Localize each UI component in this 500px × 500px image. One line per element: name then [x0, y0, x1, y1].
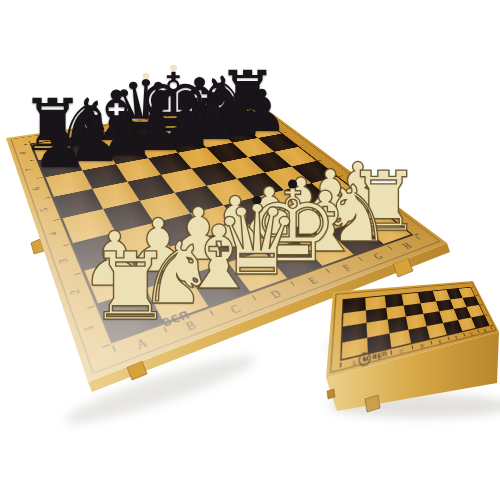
border-tick-right	[283, 132, 287, 133]
box-square	[389, 329, 411, 348]
rank-label-8: 8	[17, 149, 29, 156]
border-tick-left	[44, 197, 50, 199]
border-tick-right	[414, 233, 419, 235]
border-tick-right	[386, 212, 390, 214]
border-tick-right	[339, 175, 343, 176]
box-tick-front	[339, 362, 340, 367]
box-tick-front	[490, 326, 492, 329]
border-tick-left	[24, 144, 29, 145]
box-tick-right	[471, 286, 473, 287]
border-tick-left	[74, 272, 81, 275]
box-tick-right	[485, 314, 487, 315]
border-tick-left	[63, 244, 70, 246]
border-tick-top	[151, 123, 153, 125]
box-tick-right	[475, 295, 477, 296]
border-tick-right	[253, 109, 256, 110]
border-tick-top	[62, 136, 64, 138]
rank-label-4: 4	[45, 228, 61, 239]
border-tick-left	[102, 343, 110, 347]
border-tick-left	[87, 305, 94, 308]
box-tick-right	[480, 304, 482, 305]
rank-label-3: 3	[55, 254, 72, 267]
knight-emblem-icon: ♞	[358, 350, 371, 367]
rank-label-2: 2	[66, 285, 84, 300]
box-hinge-left	[327, 389, 335, 399]
border-tick-right	[361, 193, 365, 195]
border-tick-left	[30, 159, 35, 160]
border-tick-right	[318, 160, 322, 161]
border-tick-right	[300, 145, 304, 146]
rank-label-6: 6	[29, 184, 43, 193]
box-tick-right	[490, 325, 492, 326]
border-tick-left	[53, 219, 59, 221]
rank-label-1: 1	[79, 320, 99, 338]
chess-set-photo: ABCDEFGH12345678 ВСП ABCDEFGH ♞ ВСП ♜♞♝♛…	[0, 0, 500, 500]
rank-label-7: 7	[23, 166, 36, 174]
border-tick-top	[93, 131, 95, 133]
border-tick-top	[123, 127, 125, 129]
border-tick-left	[37, 177, 43, 179]
rank-label-5: 5	[37, 205, 51, 215]
border-tick-right	[267, 120, 271, 121]
box-brand-label: ВСП	[372, 349, 388, 360]
